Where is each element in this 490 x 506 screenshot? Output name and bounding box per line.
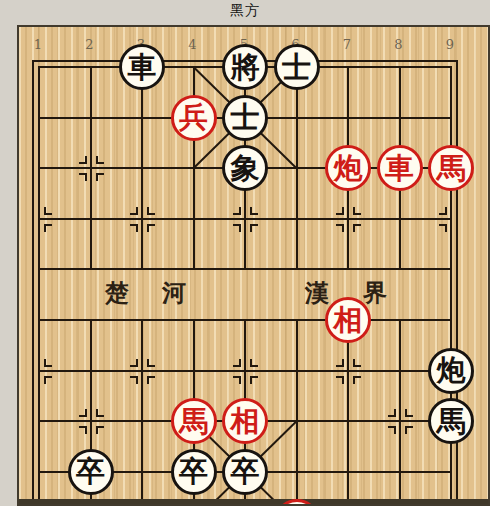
piece-red-elephant[interactable]: 相: [222, 398, 268, 444]
point-marker: [405, 426, 413, 434]
piece-black-soldier[interactable]: 卒: [222, 449, 268, 495]
point-marker: [353, 376, 361, 384]
piece-red-chariot[interactable]: 車: [377, 145, 423, 191]
column-label-1: 1: [28, 38, 48, 52]
piece-black-chariot[interactable]: 車: [119, 44, 165, 90]
piece-red-cannon[interactable]: 炮: [325, 145, 371, 191]
point-marker: [250, 359, 258, 367]
xiangqi-app: 黑方 123456789楚河漢界車將士兵士象炮車馬相炮馬相馬卒卒卒: [0, 0, 490, 506]
piece-black-advisor[interactable]: 士: [222, 95, 268, 141]
point-marker: [79, 426, 87, 434]
viewport-bottom-edge: [19, 499, 488, 504]
point-marker: [388, 426, 396, 434]
river-label: 楚: [105, 277, 129, 309]
point-marker: [439, 207, 447, 215]
point-marker: [79, 409, 87, 417]
column-label-2: 2: [80, 38, 100, 52]
point-marker: [233, 224, 241, 232]
piece-black-soldier[interactable]: 卒: [68, 449, 114, 495]
point-marker: [44, 376, 52, 384]
river-label: 河: [162, 277, 186, 309]
piece-red-soldier[interactable]: 兵: [171, 95, 217, 141]
piece-black-general[interactable]: 將: [222, 44, 268, 90]
piece-red-horse[interactable]: 馬: [171, 398, 217, 444]
point-marker: [79, 173, 87, 181]
point-marker: [233, 207, 241, 215]
point-marker: [130, 376, 138, 384]
river-label: 界: [363, 277, 387, 309]
point-marker: [96, 173, 104, 181]
piece-black-elephant[interactable]: 象: [222, 145, 268, 191]
point-marker: [250, 376, 258, 384]
point-marker: [233, 359, 241, 367]
point-marker: [147, 224, 155, 232]
point-marker: [336, 207, 344, 215]
piece-black-soldier[interactable]: 卒: [171, 449, 217, 495]
point-marker: [79, 156, 87, 164]
point-marker: [439, 224, 447, 232]
point-marker: [405, 409, 413, 417]
point-marker: [233, 376, 241, 384]
point-marker: [147, 359, 155, 367]
river-label: 漢: [305, 277, 329, 309]
point-marker: [250, 207, 258, 215]
point-marker: [44, 207, 52, 215]
point-marker: [44, 359, 52, 367]
point-marker: [336, 376, 344, 384]
point-marker: [353, 224, 361, 232]
point-marker: [130, 224, 138, 232]
point-marker: [250, 224, 258, 232]
point-marker: [96, 156, 104, 164]
point-marker: [147, 207, 155, 215]
column-label-4: 4: [183, 38, 203, 52]
point-marker: [353, 207, 361, 215]
point-marker: [130, 207, 138, 215]
column-label-7: 7: [337, 38, 357, 52]
point-marker: [44, 224, 52, 232]
black-side-label: 黑方: [0, 2, 490, 20]
point-marker: [388, 409, 396, 417]
point-marker: [336, 359, 344, 367]
point-marker: [96, 426, 104, 434]
piece-black-horse[interactable]: 馬: [428, 398, 474, 444]
point-marker: [353, 359, 361, 367]
point-marker: [147, 376, 155, 384]
point-marker: [336, 224, 344, 232]
column-label-8: 8: [389, 38, 409, 52]
point-marker: [130, 359, 138, 367]
piece-black-cannon[interactable]: 炮: [428, 348, 474, 394]
xiangqi-board[interactable]: 123456789楚河漢界車將士兵士象炮車馬相炮馬相馬卒卒卒: [17, 25, 490, 506]
piece-red-elephant[interactable]: 相: [325, 297, 371, 343]
piece-red-horse[interactable]: 馬: [428, 145, 474, 191]
column-label-9: 9: [440, 38, 460, 52]
piece-black-advisor[interactable]: 士: [274, 44, 320, 90]
point-marker: [96, 409, 104, 417]
